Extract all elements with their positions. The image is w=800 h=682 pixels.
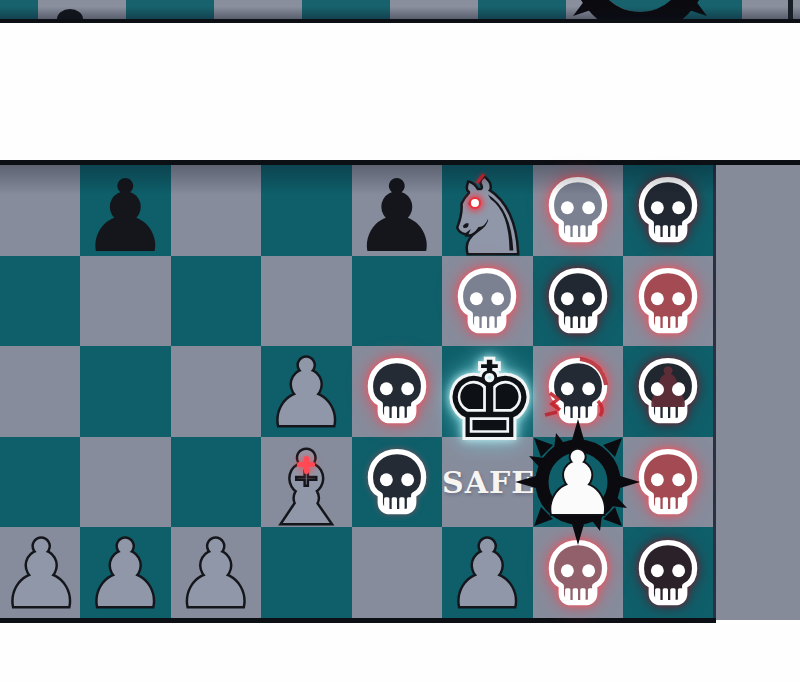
- square-r2c1: [80, 346, 171, 437]
- square-r4c1: ♟♟: [80, 527, 171, 618]
- skull-danger-icon: [359, 353, 435, 429]
- square-r1c3: [261, 256, 352, 347]
- square-r2c4: [352, 346, 443, 437]
- white-knight: ♞♞: [442, 165, 533, 267]
- square-r0c3: [261, 165, 352, 256]
- strip-panel-edge: [788, 0, 793, 19]
- bishop-cross-icon: [297, 456, 315, 474]
- skull-danger-icon: [359, 444, 435, 520]
- black-pawn: ♟: [352, 165, 442, 265]
- square-r4c3: [261, 527, 352, 618]
- white-pawn: ♟♟: [175, 527, 257, 619]
- square-r3c1: [80, 437, 171, 528]
- square-r0c4: ♟: [352, 165, 443, 256]
- white-bishop: ♝♝: [261, 437, 351, 537]
- square-r0c6: [533, 165, 624, 256]
- skull-danger-icon: [630, 172, 706, 248]
- panel-gutter-top: [0, 23, 800, 160]
- square-r2c3: ♟♟: [261, 346, 352, 437]
- skull-eye: [672, 383, 685, 396]
- knight-red-eye-icon: [469, 197, 481, 209]
- skull-eye: [651, 383, 664, 396]
- white-pawn: ♟♟: [84, 527, 166, 619]
- comic-page: ♟♟♞♞♟♟♚♚♟♝♝SAFE♟♟♟♟♟♟♟♟♟♟: [0, 0, 800, 682]
- square-r1c6: [533, 256, 624, 347]
- capture-burst-icon: [512, 416, 644, 548]
- skull-danger-icon: [540, 172, 616, 248]
- square-r0c5: ♞♞: [442, 165, 533, 256]
- square-r0c2: [171, 165, 262, 256]
- panel-right-margin: [716, 165, 800, 620]
- square-r4c2: ♟♟: [171, 527, 262, 618]
- square-r0c0: [0, 165, 80, 256]
- skull-danger-icon: [449, 263, 525, 339]
- chess-board-panel: ♟♟♞♞♟♟♚♚♟♝♝SAFE♟♟♟♟♟♟♟♟♟♟: [0, 165, 800, 618]
- square-r1c4: [352, 256, 443, 347]
- white-pawn: ♟♟: [265, 346, 347, 438]
- strip-shadow: [0, 0, 800, 19]
- square-r2c2: [171, 346, 262, 437]
- square-r2c0: [0, 346, 80, 437]
- square-r1c1: [80, 256, 171, 347]
- square-r3c4: [352, 437, 443, 528]
- square-r3c3: ♝♝: [261, 437, 352, 528]
- square-r0c1: ♟: [80, 165, 171, 256]
- knight-ear-scratch: [476, 173, 485, 184]
- square-r1c7: [623, 256, 713, 347]
- panel-gutter-bottom: [0, 623, 800, 682]
- skull-danger-icon: [540, 263, 616, 339]
- chess-board: ♟♟♞♞♟♟♚♚♟♝♝SAFE♟♟♟♟♟♟♟♟♟♟: [0, 165, 713, 618]
- square-r1c2: [171, 256, 262, 347]
- top-panel-sliver: [0, 0, 800, 19]
- white-pawn: ♟♟: [0, 527, 82, 619]
- square-r0c7: [623, 165, 713, 256]
- skull-danger-icon: [630, 263, 706, 339]
- square-r3c6: ♟♟: [533, 437, 624, 528]
- square-r1c0: [0, 256, 80, 347]
- square-r1c5: [442, 256, 533, 347]
- square-r3c0: [0, 437, 80, 528]
- square-r4c0: ♟♟: [0, 527, 80, 618]
- square-r4c4: [352, 527, 443, 618]
- black-pawn: ♟: [80, 165, 170, 265]
- square-r3c2: [171, 437, 262, 528]
